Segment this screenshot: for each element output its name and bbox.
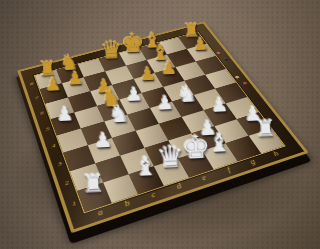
piece-white-pawn-b3[interactable]: ♟ [90, 129, 117, 151]
piece-white-knight-c4[interactable]: ♞ [106, 102, 132, 127]
piece-black-queen-d8[interactable]: ♛ [100, 37, 123, 63]
piece-white-bishop-c1[interactable]: ♝ [131, 153, 160, 180]
piece-white-queen-d1[interactable]: ♛ [156, 141, 184, 173]
piece-black-king-e8[interactable]: ♚ [121, 30, 144, 57]
piece-black-pawn-h7[interactable]: ♟ [190, 35, 213, 53]
frame-dot-1 [216, 52, 221, 55]
piece-black-pawn-f6[interactable]: ♟ [157, 58, 181, 77]
frame-dot-4 [243, 82, 248, 85]
piece-black-pawn-e6[interactable]: ♟ [136, 64, 160, 83]
frame-dot-2 [224, 57, 229, 60]
piece-white-rook-h1[interactable]: ♜ [252, 117, 279, 142]
square-e4[interactable]: ♟ [150, 101, 182, 123]
piece-white-rook-a1[interactable]: ♜ [79, 171, 108, 198]
piece-black-pawn-a7[interactable]: ♟ [41, 74, 65, 93]
frame-dot-3 [235, 76, 240, 79]
chess-scene: 87654321 abcdefgh ♜♞♛♚♝♜♟♟♝♟♟♟♟♟♞♟♞♟♞♟♟♟… [0, 0, 320, 249]
piece-white-pawn-a5[interactable]: ♟ [52, 104, 77, 125]
piece-white-knight-f4[interactable]: ♞ [175, 82, 200, 106]
piece-white-pawn-g3[interactable]: ♟ [207, 95, 232, 116]
piece-black-pawn-b7[interactable]: ♟ [64, 68, 88, 87]
piece-white-king-e1[interactable]: ♚ [181, 131, 209, 164]
piece-white-pawn-e4[interactable]: ♟ [153, 93, 178, 113]
